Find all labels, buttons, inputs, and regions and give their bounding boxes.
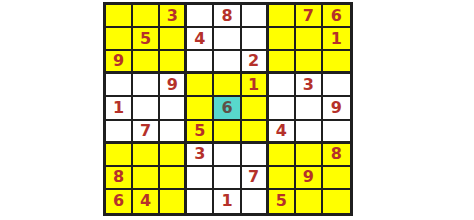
cell-r5c5[interactable]: 6 <box>214 97 241 120</box>
cell-r7c5[interactable] <box>214 144 241 167</box>
cell-r6c6[interactable] <box>242 121 269 144</box>
cell-r5c8[interactable] <box>296 97 323 120</box>
cell-r4c5[interactable] <box>214 74 241 97</box>
cell-r8c1[interactable]: 8 <box>106 167 133 190</box>
cell-r1c7[interactable] <box>269 5 296 28</box>
cell-r6c9[interactable] <box>323 121 350 144</box>
cell-r1c9[interactable]: 6 <box>323 5 350 28</box>
cell-r9c7[interactable]: 5 <box>269 190 296 213</box>
cell-r1c3[interactable]: 3 <box>160 5 187 28</box>
cell-r9c9[interactable] <box>323 190 350 213</box>
sudoku-board: 387654192913169754388796415 <box>103 2 353 216</box>
cell-r7c2[interactable] <box>133 144 160 167</box>
cell-r4c6[interactable]: 1 <box>242 74 269 97</box>
cell-r1c6[interactable] <box>242 5 269 28</box>
cell-r4c2[interactable] <box>133 74 160 97</box>
cell-r3c8[interactable] <box>296 51 323 74</box>
cell-r3c1[interactable]: 9 <box>106 51 133 74</box>
cell-r8c5[interactable] <box>214 167 241 190</box>
cell-r9c1[interactable]: 6 <box>106 190 133 213</box>
cell-r7c9[interactable]: 8 <box>323 144 350 167</box>
cell-r5c3[interactable] <box>160 97 187 120</box>
cell-r8c9[interactable] <box>323 167 350 190</box>
cell-r2c2[interactable]: 5 <box>133 28 160 51</box>
cell-r6c5[interactable] <box>214 121 241 144</box>
cell-r6c2[interactable]: 7 <box>133 121 160 144</box>
cell-r4c7[interactable] <box>269 74 296 97</box>
cell-r9c5[interactable]: 1 <box>214 190 241 213</box>
cell-r5c1[interactable]: 1 <box>106 97 133 120</box>
cell-r6c1[interactable] <box>106 121 133 144</box>
cell-r6c8[interactable] <box>296 121 323 144</box>
cell-r7c7[interactable] <box>269 144 296 167</box>
cell-r7c1[interactable] <box>106 144 133 167</box>
cell-r1c8[interactable]: 7 <box>296 5 323 28</box>
cell-r3c2[interactable] <box>133 51 160 74</box>
cell-r1c2[interactable] <box>133 5 160 28</box>
cell-r3c9[interactable] <box>323 51 350 74</box>
cell-r7c6[interactable] <box>242 144 269 167</box>
cell-r4c3[interactable]: 9 <box>160 74 187 97</box>
cell-r4c1[interactable] <box>106 74 133 97</box>
cell-r2c8[interactable] <box>296 28 323 51</box>
cell-r4c8[interactable]: 3 <box>296 74 323 97</box>
cell-r1c1[interactable] <box>106 5 133 28</box>
cell-r5c7[interactable] <box>269 97 296 120</box>
cell-r1c4[interactable] <box>187 5 214 28</box>
cell-r5c9[interactable]: 9 <box>323 97 350 120</box>
cell-r3c6[interactable]: 2 <box>242 51 269 74</box>
cell-r7c3[interactable] <box>160 144 187 167</box>
cell-r4c9[interactable] <box>323 74 350 97</box>
cell-r2c5[interactable] <box>214 28 241 51</box>
cell-r7c4[interactable]: 3 <box>187 144 214 167</box>
cell-r8c2[interactable] <box>133 167 160 190</box>
cell-r2c9[interactable]: 1 <box>323 28 350 51</box>
cell-r9c3[interactable] <box>160 190 187 213</box>
cell-r8c7[interactable] <box>269 167 296 190</box>
cell-r5c4[interactable] <box>187 97 214 120</box>
cell-r8c3[interactable] <box>160 167 187 190</box>
cell-r2c7[interactable] <box>269 28 296 51</box>
cell-r2c1[interactable] <box>106 28 133 51</box>
cell-r9c2[interactable]: 4 <box>133 190 160 213</box>
cell-r8c4[interactable] <box>187 167 214 190</box>
cell-r4c4[interactable] <box>187 74 214 97</box>
cell-r2c6[interactable] <box>242 28 269 51</box>
cell-r6c4[interactable]: 5 <box>187 121 214 144</box>
cell-r8c8[interactable]: 9 <box>296 167 323 190</box>
cell-r9c4[interactable] <box>187 190 214 213</box>
cell-r5c6[interactable] <box>242 97 269 120</box>
cell-r3c5[interactable] <box>214 51 241 74</box>
cell-r8c6[interactable]: 7 <box>242 167 269 190</box>
cell-r3c3[interactable] <box>160 51 187 74</box>
cell-r3c7[interactable] <box>269 51 296 74</box>
page: 387654192913169754388796415 <box>0 0 474 220</box>
cell-r9c8[interactable] <box>296 190 323 213</box>
cell-r9c6[interactable] <box>242 190 269 213</box>
cell-r5c2[interactable] <box>133 97 160 120</box>
cell-r2c3[interactable] <box>160 28 187 51</box>
cell-r7c8[interactable] <box>296 144 323 167</box>
cell-r1c5[interactable]: 8 <box>214 5 241 28</box>
cell-r2c4[interactable]: 4 <box>187 28 214 51</box>
cell-r6c7[interactable]: 4 <box>269 121 296 144</box>
cell-r6c3[interactable] <box>160 121 187 144</box>
cell-r3c4[interactable] <box>187 51 214 74</box>
